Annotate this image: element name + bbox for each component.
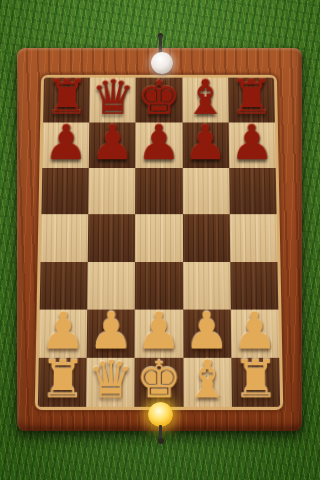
- square-a1[interactable]: ♜: [38, 358, 87, 407]
- white-pawn[interactable]: ♟: [232, 307, 278, 355]
- square-d4[interactable]: [183, 215, 231, 262]
- red-pawn[interactable]: ♟: [183, 121, 227, 166]
- white-rook[interactable]: ♜: [39, 356, 86, 405]
- board-squares: ♜♛♚♝♜♟♟♟♟♟♟♟♟♟♟♜♛♚♝♜: [38, 78, 280, 407]
- white-queen[interactable]: ♛: [88, 356, 134, 405]
- turn-light-white-icon: [148, 402, 173, 427]
- square-c6[interactable]: ♟: [136, 123, 183, 169]
- white-pawn[interactable]: ♟: [88, 307, 134, 355]
- white-pawn[interactable]: ♟: [136, 307, 182, 355]
- white-king[interactable]: ♚: [136, 356, 182, 405]
- white-rook[interactable]: ♜: [232, 356, 279, 405]
- square-a4[interactable]: [41, 215, 89, 262]
- square-b5[interactable]: [88, 168, 135, 214]
- red-pawn[interactable]: ♟: [230, 121, 275, 166]
- square-b4[interactable]: [88, 215, 136, 262]
- square-d1[interactable]: ♝: [183, 358, 232, 407]
- red-pawn[interactable]: ♟: [137, 121, 181, 166]
- square-e5[interactable]: [229, 168, 277, 214]
- white-pawn[interactable]: ♟: [184, 307, 230, 355]
- square-b1[interactable]: ♛: [86, 358, 135, 407]
- square-e1[interactable]: ♜: [231, 358, 280, 407]
- square-a6[interactable]: ♟: [42, 123, 89, 169]
- square-d6[interactable]: ♟: [182, 123, 229, 169]
- red-pawn[interactable]: ♟: [43, 121, 88, 166]
- pin-cap-icon: [158, 438, 164, 444]
- square-e6[interactable]: ♟: [229, 123, 276, 169]
- square-c4[interactable]: [135, 215, 182, 262]
- chess-board-frame: ♜♛♚♝♜♟♟♟♟♟♟♟♟♟♟♜♛♚♝♜: [17, 48, 302, 431]
- square-b6[interactable]: ♟: [89, 123, 136, 169]
- square-d5[interactable]: [182, 168, 229, 214]
- white-pawn[interactable]: ♟: [40, 307, 86, 355]
- square-c5[interactable]: [135, 168, 182, 214]
- red-pawn[interactable]: ♟: [90, 121, 134, 166]
- square-e4[interactable]: [230, 215, 278, 262]
- square-c1[interactable]: ♚: [135, 358, 183, 407]
- white-bishop[interactable]: ♝: [184, 356, 230, 405]
- square-a5[interactable]: [41, 168, 89, 214]
- turn-light-black-icon: [151, 52, 173, 74]
